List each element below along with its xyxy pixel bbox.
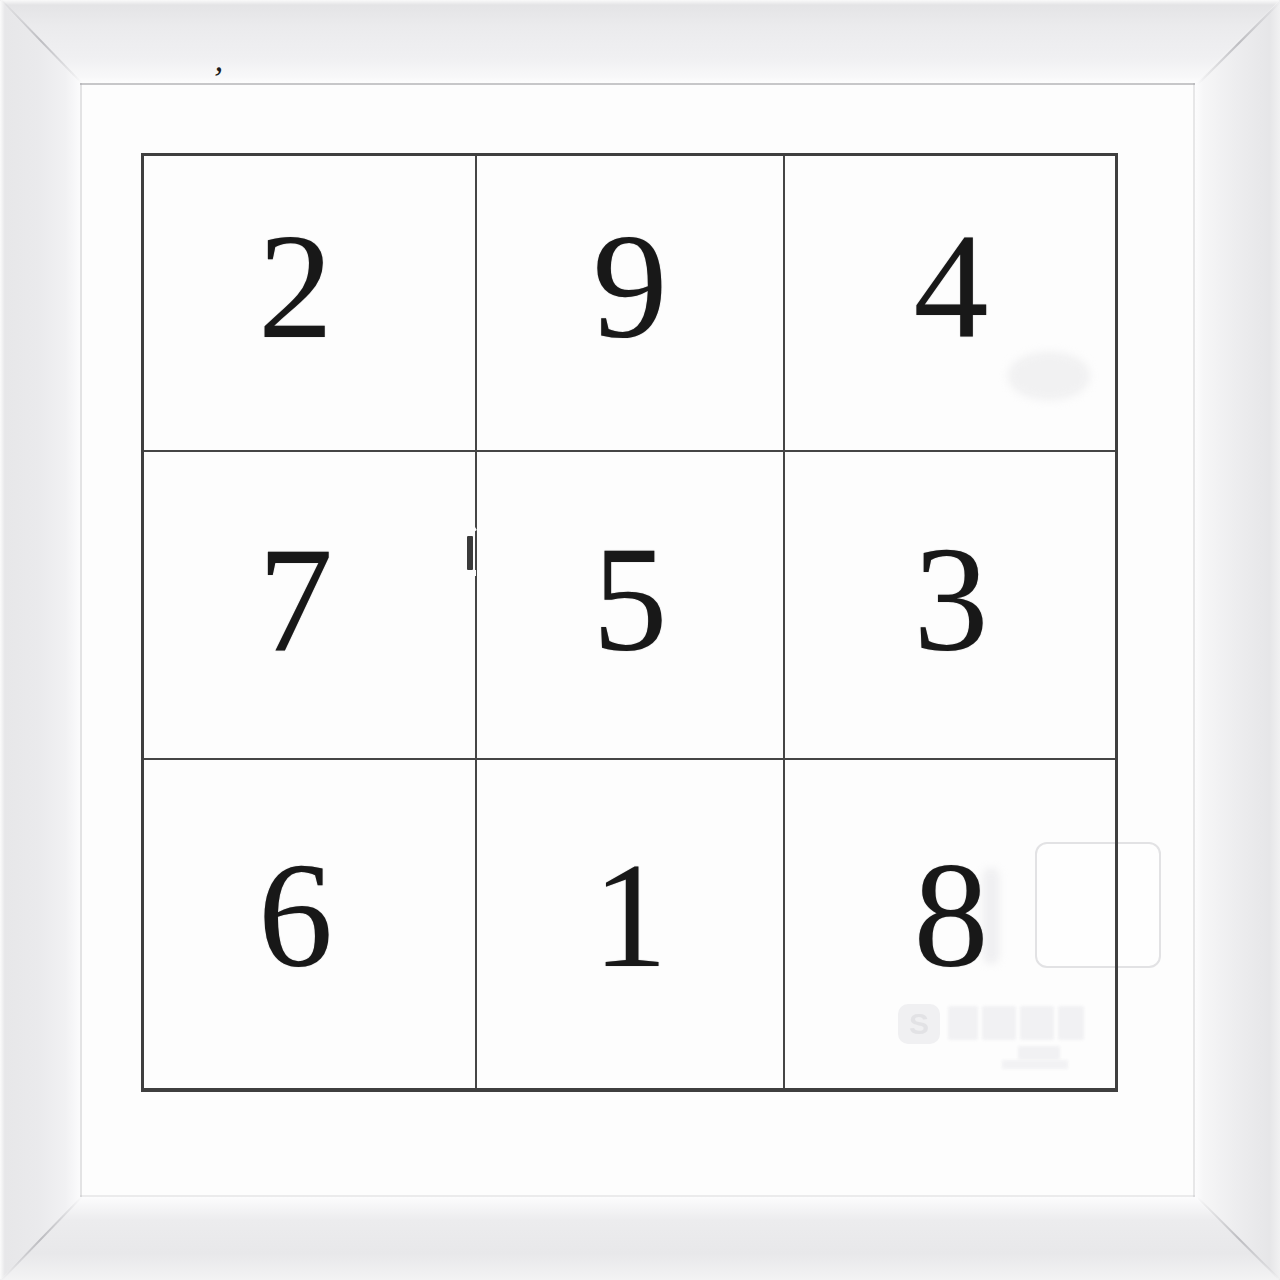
cell-value: 7 [258, 524, 333, 674]
cell-value: 3 [914, 524, 989, 674]
cell-r1c1: 2 [144, 156, 477, 452]
cell-value: 1 [593, 840, 668, 990]
grid-line-artifact [467, 536, 473, 570]
frame-right [1195, 0, 1280, 1280]
cell-value: 4 [914, 211, 989, 361]
frame-left [0, 0, 80, 1280]
cell-r2c2: 5 [477, 452, 785, 760]
cell-r3c2: 1 [477, 760, 785, 1088]
frame-top [0, 0, 1280, 83]
framed-magic-square-photo: S 2 9 4 7 5 3 6 1 [0, 0, 1280, 1280]
frame-miter-seam [1197, 1197, 1280, 1280]
frame-miter-seam [1197, 1, 1280, 86]
frame-miter-seam [0, 1196, 83, 1280]
grid-line-break [463, 570, 476, 576]
cell-r3c1: 6 [144, 760, 477, 1088]
cell-r1c3: 4 [785, 156, 1115, 452]
cell-r2c3: 3 [785, 452, 1115, 760]
magic-square-board: 2 9 4 7 5 3 6 1 8 [141, 153, 1118, 1092]
cell-value: 8 [914, 840, 989, 990]
cell-value: 2 [258, 211, 333, 361]
cell-r1c2: 9 [477, 156, 785, 452]
cell-value: 5 [593, 524, 668, 674]
frame-miter-seam [0, 0, 83, 84]
frame-bottom [0, 1197, 1280, 1280]
cell-value: 6 [258, 840, 333, 990]
cell-r3c3: 8 [785, 760, 1115, 1088]
cell-r2c1: 7 [144, 452, 477, 760]
cell-value: 9 [593, 211, 668, 361]
